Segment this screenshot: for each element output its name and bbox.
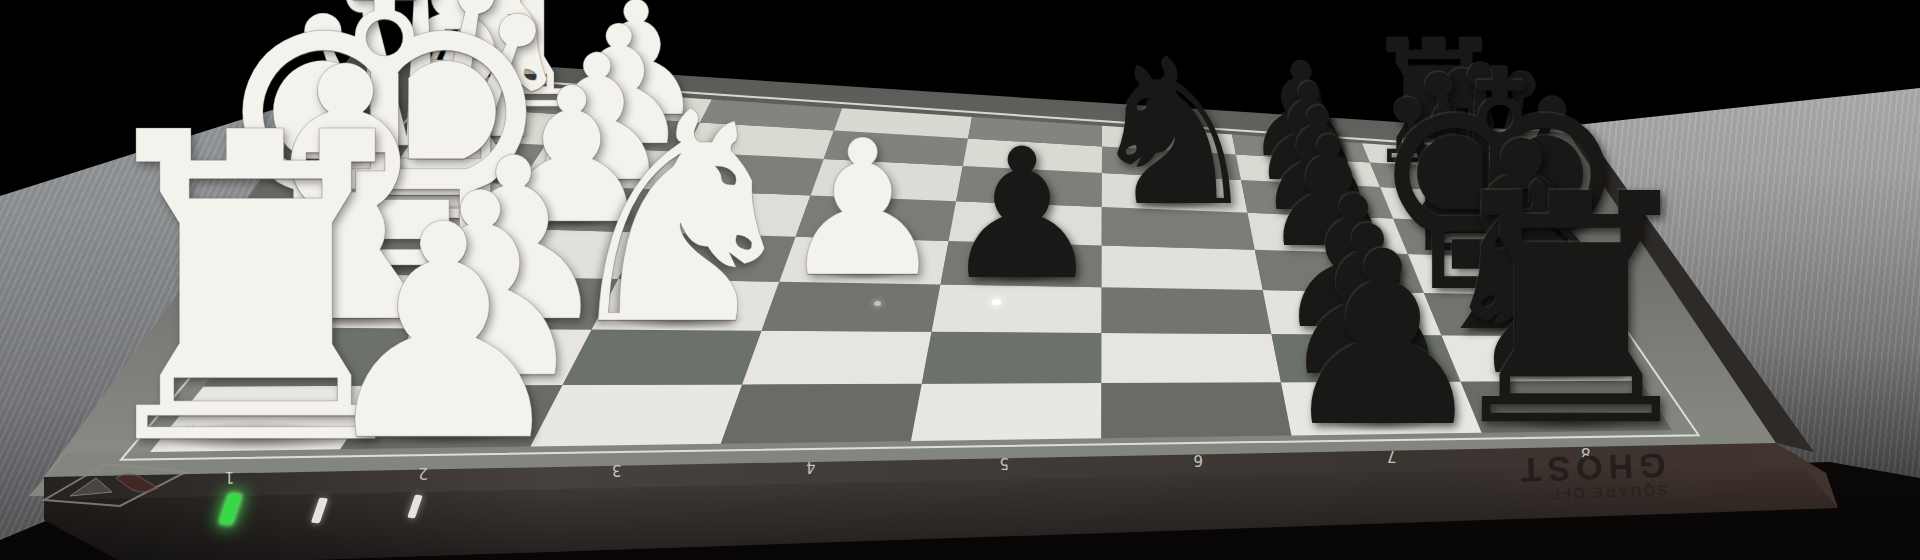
- chess-piece-black-rook: ♜: [1413, 154, 1730, 471]
- chess-piece-black-bishop: ♝: [1361, 45, 1563, 247]
- piece-shadow: [1128, 195, 1219, 210]
- scene: 12345678hGHOSTSQUARE OFF ♜♟♜♟♞♟♟♝♟♝♟♞♛♟♛…: [0, 0, 1920, 560]
- piece-shadow: [1320, 364, 1414, 379]
- piece-shadow: [342, 203, 499, 228]
- chess-piece-white-pawn: ♟: [401, 129, 625, 353]
- chess-piece-black-knight: ♞: [1074, 35, 1273, 234]
- piece-shadow: [265, 303, 425, 329]
- piece-shadow: [1462, 317, 1581, 336]
- piece-shadow: [1396, 156, 1473, 168]
- chess-piece-black-pawn: ♟: [1247, 90, 1388, 231]
- piece-shadow: [1328, 414, 1438, 432]
- piece-shadow: [1278, 173, 1339, 183]
- chess-piece-black-rook: ♜: [1350, 20, 1519, 189]
- chess-piece-black-knight: ♞: [1413, 149, 1677, 413]
- piece-shadow: [1498, 409, 1643, 432]
- piece-shadow: [1431, 275, 1570, 297]
- chess-piece-white-knight: ♞: [536, 75, 827, 366]
- piece-shadow: [1416, 207, 1509, 222]
- chess-piece-white-knight: ♞: [366, 0, 596, 171]
- chess-piece-black-pawn: ♟: [1263, 221, 1503, 461]
- chess-piece-white-king: ♚: [182, 0, 587, 329]
- chess-piece-black-pawn: ♟: [1242, 66, 1375, 199]
- chess-piece-white-rook: ♜: [390, 0, 617, 141]
- chess-piece-black-king: ♚: [1349, 32, 1651, 334]
- chess-piece-black-pawn: ♟: [932, 125, 1112, 305]
- chess-piece-white-rook: ♜: [43, 79, 468, 504]
- chess-piece-white-bishop: ♝: [317, 0, 588, 216]
- piece-shadow: [428, 126, 533, 143]
- chess-piece-white-pawn: ♟: [354, 160, 607, 413]
- piece-shadow: [391, 162, 515, 182]
- chess-piece-black-pawn: ♟: [1263, 172, 1445, 354]
- chess-piece-white-pawn: ♟: [769, 116, 957, 304]
- chess-piece-white-pawn: ♟: [510, 32, 684, 206]
- piece-shadow: [422, 364, 538, 383]
- piece-shadow: [451, 97, 555, 114]
- piece-shadow: [1286, 203, 1351, 213]
- piece-shadow: [462, 309, 565, 326]
- piece-shadow: [376, 423, 512, 445]
- chess-piece-black-queen: ♛: [1352, 34, 1608, 290]
- chess-piece-white-pawn: ♟: [557, 0, 715, 139]
- chess-piece-black-pawn: ♟: [1253, 117, 1405, 269]
- piece-shadow: [981, 270, 1064, 283]
- piece-shadow: [615, 308, 748, 330]
- piece-shadow: [600, 107, 672, 119]
- piece-shadow: [1485, 361, 1606, 381]
- piece-shadow: [819, 266, 905, 280]
- piece-shadow: [1294, 238, 1364, 249]
- chess-piece-black-pawn: ♟: [1265, 199, 1471, 405]
- chess-piece-black-bishop: ♝: [1391, 108, 1651, 368]
- piece-shadow: [529, 214, 615, 228]
- piece-shadow: [158, 421, 353, 452]
- chess-piece-white-pawn: ♟: [478, 64, 665, 251]
- piece-shadow: [1312, 318, 1396, 331]
- chess-piece-white-pawn: ♟: [537, 4, 702, 169]
- chess-piece-white-bishop: ♝: [171, 23, 520, 372]
- piece-shadow: [1272, 149, 1331, 158]
- chess-piece-white-queen: ♛: [249, 0, 592, 271]
- chess-piece-black-pawn: ♟: [1238, 47, 1366, 175]
- pieces-layer: ♜♟♜♟♞♟♟♝♟♝♟♞♛♟♛♟♚♟♚♟♝♟♞♝♟♟♞♟♜♟♜♟: [0, 0, 1920, 560]
- piece-shadow: [1422, 239, 1539, 258]
- piece-shadow: [291, 249, 477, 279]
- piece-shadow: [581, 136, 656, 148]
- piece-shadow: [557, 172, 637, 185]
- chess-piece-white-pawn: ♟: [296, 186, 592, 482]
